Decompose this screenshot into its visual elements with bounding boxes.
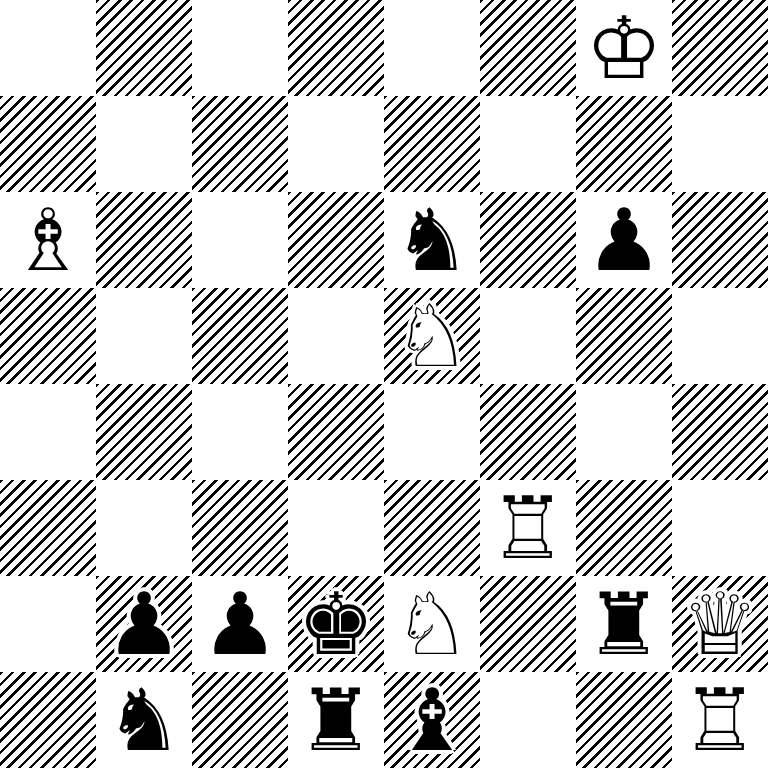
chess-board: ♚♔♝♗♞♟♞♘♜♖♟♟♚♞♘♜♛♕♞♜♝♜♖ <box>0 0 768 768</box>
square-d2[interactable]: ♚ <box>288 576 384 672</box>
piece-black-knight[interactable]: ♞ <box>384 192 480 288</box>
square-e1[interactable]: ♝ <box>384 672 480 768</box>
square-a6[interactable]: ♝♗ <box>0 192 96 288</box>
piece-white-knight[interactable]: ♘ <box>384 576 480 672</box>
piece-white-bishop[interactable]: ♗ <box>0 192 96 288</box>
square-b5[interactable] <box>96 288 192 384</box>
white-rook-fill: ♜ <box>672 672 768 768</box>
white-queen-fill: ♛ <box>672 576 768 672</box>
piece-black-king[interactable]: ♚ <box>288 576 384 672</box>
square-g6[interactable]: ♟ <box>576 192 672 288</box>
square-b2[interactable]: ♟ <box>96 576 192 672</box>
piece-black-rook[interactable]: ♜ <box>576 576 672 672</box>
square-c8[interactable] <box>192 0 288 96</box>
white-knight-fill: ♞ <box>384 576 480 672</box>
piece-black-rook[interactable]: ♜ <box>288 672 384 768</box>
square-a7[interactable] <box>0 96 96 192</box>
square-g7[interactable] <box>576 96 672 192</box>
square-f5[interactable] <box>480 288 576 384</box>
piece-white-king[interactable]: ♔ <box>576 0 672 96</box>
square-b1[interactable]: ♞ <box>96 672 192 768</box>
piece-black-bishop[interactable]: ♝ <box>384 672 480 768</box>
square-f8[interactable] <box>480 0 576 96</box>
square-a1[interactable] <box>0 672 96 768</box>
square-h6[interactable] <box>672 192 768 288</box>
square-d1[interactable]: ♜ <box>288 672 384 768</box>
square-c3[interactable] <box>192 480 288 576</box>
square-a3[interactable] <box>0 480 96 576</box>
square-a2[interactable] <box>0 576 96 672</box>
square-f3[interactable]: ♜♖ <box>480 480 576 576</box>
square-d4[interactable] <box>288 384 384 480</box>
square-b7[interactable] <box>96 96 192 192</box>
square-f6[interactable] <box>480 192 576 288</box>
square-f1[interactable] <box>480 672 576 768</box>
square-c7[interactable] <box>192 96 288 192</box>
square-a8[interactable] <box>0 0 96 96</box>
square-d8[interactable] <box>288 0 384 96</box>
piece-black-pawn[interactable]: ♟ <box>576 192 672 288</box>
white-bishop-fill: ♝ <box>0 192 96 288</box>
square-f7[interactable] <box>480 96 576 192</box>
square-e3[interactable] <box>384 480 480 576</box>
square-c4[interactable] <box>192 384 288 480</box>
white-king-fill: ♚ <box>576 0 672 96</box>
square-d3[interactable] <box>288 480 384 576</box>
piece-white-knight[interactable]: ♘ <box>384 288 480 384</box>
square-e8[interactable] <box>384 0 480 96</box>
square-g5[interactable] <box>576 288 672 384</box>
square-d7[interactable] <box>288 96 384 192</box>
piece-white-rook[interactable]: ♖ <box>672 672 768 768</box>
square-e7[interactable] <box>384 96 480 192</box>
piece-white-rook[interactable]: ♖ <box>480 480 576 576</box>
square-e6[interactable]: ♞ <box>384 192 480 288</box>
square-c2[interactable]: ♟ <box>192 576 288 672</box>
square-f4[interactable] <box>480 384 576 480</box>
square-b4[interactable] <box>96 384 192 480</box>
square-g2[interactable]: ♜ <box>576 576 672 672</box>
square-g3[interactable] <box>576 480 672 576</box>
square-g1[interactable] <box>576 672 672 768</box>
piece-black-pawn[interactable]: ♟ <box>96 576 192 672</box>
square-b3[interactable] <box>96 480 192 576</box>
piece-black-knight[interactable]: ♞ <box>96 672 192 768</box>
square-h5[interactable] <box>672 288 768 384</box>
square-a5[interactable] <box>0 288 96 384</box>
square-c6[interactable] <box>192 192 288 288</box>
square-b8[interactable] <box>96 0 192 96</box>
white-rook-fill: ♜ <box>480 480 576 576</box>
piece-white-queen[interactable]: ♕ <box>672 576 768 672</box>
square-g8[interactable]: ♚♔ <box>576 0 672 96</box>
square-a4[interactable] <box>0 384 96 480</box>
square-c5[interactable] <box>192 288 288 384</box>
square-d5[interactable] <box>288 288 384 384</box>
square-e5[interactable]: ♞♘ <box>384 288 480 384</box>
square-h4[interactable] <box>672 384 768 480</box>
square-h1[interactable]: ♜♖ <box>672 672 768 768</box>
square-b6[interactable] <box>96 192 192 288</box>
white-knight-fill: ♞ <box>384 288 480 384</box>
square-e4[interactable] <box>384 384 480 480</box>
square-g4[interactable] <box>576 384 672 480</box>
square-d6[interactable] <box>288 192 384 288</box>
square-c1[interactable] <box>192 672 288 768</box>
piece-black-pawn[interactable]: ♟ <box>192 576 288 672</box>
square-e2[interactable]: ♞♘ <box>384 576 480 672</box>
square-h2[interactable]: ♛♕ <box>672 576 768 672</box>
square-h3[interactable] <box>672 480 768 576</box>
square-h7[interactable] <box>672 96 768 192</box>
square-h8[interactable] <box>672 0 768 96</box>
square-f2[interactable] <box>480 576 576 672</box>
